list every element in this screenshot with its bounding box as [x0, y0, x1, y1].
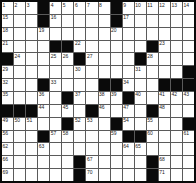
cell-r8-c12[interactable]: 40: [135, 92, 146, 104]
clue-number: 26: [63, 53, 69, 59]
cell-r6-c6[interactable]: [62, 66, 73, 78]
clue-number: 2: [15, 2, 18, 8]
clue-number: 4: [51, 2, 54, 8]
cell-r1-c13[interactable]: 11: [147, 2, 158, 14]
cell-r2-c5[interactable]: 16: [50, 15, 61, 27]
cell-r3-c11[interactable]: [123, 28, 134, 40]
cell-r10-c12[interactable]: [135, 118, 146, 130]
cell-r12-c10[interactable]: [111, 143, 122, 155]
cell-r6-c4[interactable]: [38, 66, 49, 78]
cell-r7-c11[interactable]: 34: [123, 79, 134, 91]
cell-r12-c3[interactable]: [26, 143, 37, 155]
cell-r14-c16[interactable]: [183, 169, 194, 181]
cell-r4-c9[interactable]: [99, 41, 110, 53]
clue-number: 59: [111, 130, 117, 136]
clue-number: 36: [39, 91, 45, 97]
clue-number: 37: [75, 91, 81, 97]
cell-r6-c5[interactable]: [50, 66, 61, 78]
cell-r13-c10[interactable]: [111, 156, 122, 168]
cell-r1-c16[interactable]: 14: [183, 2, 194, 14]
clue-number: 42: [171, 91, 177, 97]
clue-number: 69: [3, 169, 9, 175]
clue-number: 14: [183, 2, 189, 8]
cell-r5-c14[interactable]: [159, 53, 170, 65]
cell-r3-c12[interactable]: [135, 28, 146, 40]
cell-r11-c16[interactable]: 61: [183, 131, 194, 143]
clue-number: 56: [3, 130, 9, 136]
clue-number: 13: [171, 2, 177, 8]
cell-r1-c14[interactable]: 12: [159, 2, 170, 14]
clue-number: 22: [75, 40, 81, 46]
cell-r5-c4[interactable]: [38, 53, 49, 65]
black-cell-r2-c10: [111, 15, 122, 27]
cell-r9-c16[interactable]: [183, 105, 194, 117]
cell-r8-c2[interactable]: [14, 92, 25, 104]
cell-r9-c15[interactable]: [171, 105, 182, 117]
clue-number: 52: [75, 117, 81, 123]
clue-number: 1: [3, 2, 6, 8]
clue-number: 27: [87, 53, 93, 59]
cell-r8-c16[interactable]: 43: [183, 92, 194, 104]
cell-r13-c2[interactable]: [14, 156, 25, 168]
cell-r1-c12[interactable]: 10: [135, 2, 146, 14]
cell-r3-c1[interactable]: 18: [2, 28, 13, 40]
cell-r11-c1[interactable]: 56: [2, 131, 13, 143]
cell-r5-c3[interactable]: [26, 53, 37, 65]
cell-r4-c15[interactable]: [171, 41, 182, 53]
cell-r3-c5[interactable]: [50, 28, 61, 40]
black-cell-r10-c10: [111, 118, 122, 130]
black-cell-r5-c7: [74, 53, 85, 65]
cell-r5-c16[interactable]: [183, 53, 194, 65]
cell-r6-c14[interactable]: [159, 66, 170, 78]
clue-number: 15: [3, 14, 9, 20]
cell-r7-c3[interactable]: [26, 79, 37, 91]
clue-number: 65: [135, 143, 141, 149]
clue-number: 55: [147, 117, 153, 123]
cell-r7-c13[interactable]: [147, 79, 158, 91]
cell-r10-c3[interactable]: 51: [26, 118, 37, 130]
clue-number: 12: [159, 2, 165, 8]
cell-r11-c7[interactable]: [74, 131, 85, 143]
cell-r4-c3[interactable]: [26, 41, 37, 53]
black-cell-r14-c13: [147, 169, 158, 181]
cell-r5-c11[interactable]: [123, 53, 134, 65]
clue-number: 63: [39, 143, 45, 149]
cell-r2-c7[interactable]: [74, 15, 85, 27]
cell-r5-c10[interactable]: [111, 53, 122, 65]
clue-number: 46: [99, 104, 105, 110]
cell-r6-c13[interactable]: [147, 66, 158, 78]
cell-r4-c8[interactable]: [86, 41, 97, 53]
clue-number: 41: [159, 91, 165, 97]
clue-number: 10: [135, 2, 141, 8]
cell-r8-c14[interactable]: 41: [159, 92, 170, 104]
cell-r14-c3[interactable]: [26, 169, 37, 181]
cell-r1-c3[interactable]: 3: [26, 2, 37, 14]
clue-number: 68: [159, 156, 165, 162]
clue-number: 24: [15, 53, 21, 59]
cell-r3-c15[interactable]: [171, 28, 182, 40]
cell-r5-c6[interactable]: 26: [62, 53, 73, 65]
cell-r3-c4[interactable]: 19: [38, 28, 49, 40]
clue-number: 45: [63, 104, 69, 110]
black-cell-r1-c10: [111, 2, 122, 14]
black-cell-r11-c12: [135, 131, 146, 143]
cell-r12-c11[interactable]: 64: [123, 143, 134, 155]
cell-r12-c6[interactable]: [62, 143, 73, 155]
cell-r10-c9[interactable]: [99, 118, 110, 130]
black-cell-r11-c4: [38, 131, 49, 143]
cell-r9-c10[interactable]: [111, 105, 122, 117]
cell-r12-c4[interactable]: 63: [38, 143, 49, 155]
cell-r11-c8[interactable]: [86, 131, 97, 143]
clue-number: 51: [27, 117, 33, 123]
cell-r6-c2[interactable]: [14, 66, 25, 78]
cell-r4-c16[interactable]: [183, 41, 194, 53]
cell-r10-c1[interactable]: 49: [2, 118, 13, 130]
clue-number: 28: [147, 53, 153, 59]
clue-number: 29: [3, 66, 9, 72]
black-cell-r1-c4: [38, 2, 49, 14]
cell-r7-c8[interactable]: [86, 79, 97, 91]
black-cell-r5-c1: [2, 53, 13, 65]
black-cell-r4-c13: [147, 41, 158, 53]
cell-r14-c2[interactable]: [14, 169, 25, 181]
cell-r7-c5[interactable]: 33: [50, 79, 61, 91]
black-cell-r5-c12: [135, 53, 146, 65]
cell-r8-c1[interactable]: 35: [2, 92, 13, 104]
clue-number: 47: [123, 104, 129, 110]
cell-r12-c2[interactable]: [14, 143, 25, 155]
black-cell-r4-c6: [62, 41, 73, 53]
cell-r11-c6[interactable]: 58: [62, 131, 73, 143]
black-cell-r10-c6: [62, 118, 73, 130]
crossword-grid: 1234567891011121314151617181920212223242…: [0, 0, 196, 183]
cell-r13-c8[interactable]: 67: [86, 156, 97, 168]
cell-r5-c8[interactable]: 27: [86, 53, 97, 65]
cell-r1-c5[interactable]: 4: [50, 2, 61, 14]
cell-r10-c14[interactable]: [159, 118, 170, 130]
cell-r4-c12[interactable]: [135, 41, 146, 53]
clue-number: 8: [99, 2, 102, 8]
clue-number: 48: [159, 104, 165, 110]
cell-r8-c8[interactable]: [86, 92, 97, 104]
cell-r2-c14[interactable]: [159, 15, 170, 27]
cell-r4-c7[interactable]: 22: [74, 41, 85, 53]
cell-r1-c7[interactable]: 6: [74, 2, 85, 14]
cell-r12-c1[interactable]: 62: [2, 143, 13, 155]
cell-r13-c6[interactable]: [62, 156, 73, 168]
cell-r9-c6[interactable]: 45: [62, 105, 73, 117]
cell-r2-c8[interactable]: [86, 15, 97, 27]
cell-r3-c8[interactable]: [86, 28, 97, 40]
cell-r9-c12[interactable]: [135, 105, 146, 117]
cell-r12-c13[interactable]: [147, 143, 158, 155]
clue-number: 67: [87, 156, 93, 162]
black-cell-r11-c11: [123, 131, 134, 143]
black-cell-r13-c7: [74, 156, 85, 168]
cell-r9-c7[interactable]: [74, 105, 85, 117]
cell-r13-c9[interactable]: [99, 156, 110, 168]
cell-r8-c4[interactable]: 36: [38, 92, 49, 104]
cell-r10-c5[interactable]: [50, 118, 61, 130]
cell-r11-c13[interactable]: 60: [147, 131, 158, 143]
cell-r9-c5[interactable]: [50, 105, 61, 117]
clue-number: 17: [123, 14, 129, 20]
cell-r3-c3[interactable]: [26, 28, 37, 40]
cell-r11-c15[interactable]: [171, 131, 182, 143]
clue-number: 44: [39, 104, 45, 110]
cell-r9-c14[interactable]: 48: [159, 105, 170, 117]
cell-r14-c10[interactable]: [111, 169, 122, 181]
cell-r14-c4[interactable]: [38, 169, 49, 181]
cell-r4-c11[interactable]: [123, 41, 134, 53]
clue-number: 49: [3, 117, 9, 123]
clue-number: 18: [3, 27, 9, 33]
cell-r2-c6[interactable]: [62, 15, 73, 27]
cell-r12-c12[interactable]: 65: [135, 143, 146, 155]
cell-r4-c14[interactable]: 23: [159, 41, 170, 53]
clue-number: 20: [111, 27, 117, 33]
cell-r2-c9[interactable]: [99, 15, 110, 27]
black-cell-r4-c5: [50, 41, 61, 53]
clue-number: 6: [75, 2, 78, 8]
cell-r9-c4[interactable]: 44: [38, 105, 49, 117]
cell-r2-c1[interactable]: 15: [2, 15, 13, 27]
cell-r7-c2[interactable]: [14, 79, 25, 91]
cell-r4-c4[interactable]: [38, 41, 49, 53]
cell-r13-c16[interactable]: [183, 156, 194, 168]
clue-number: 61: [183, 130, 189, 136]
clue-number: 62: [3, 143, 9, 149]
cell-r8-c13[interactable]: [147, 92, 158, 104]
cell-r13-c1[interactable]: 66: [2, 156, 13, 168]
black-cell-r7-c9: [99, 79, 110, 91]
cell-r3-c13[interactable]: [147, 28, 158, 40]
clue-number: 31: [135, 66, 141, 72]
clue-number: 19: [39, 27, 45, 33]
cell-r10-c8[interactable]: 53: [86, 118, 97, 130]
clue-number: 50: [15, 117, 21, 123]
cell-r11-c14[interactable]: [159, 131, 170, 143]
cell-r2-c11[interactable]: 17: [123, 15, 134, 27]
cell-r9-c9[interactable]: 46: [99, 105, 110, 117]
clue-number: 7: [87, 2, 90, 8]
cell-r14-c1[interactable]: 69: [2, 169, 13, 181]
cell-r12-c5[interactable]: [50, 143, 61, 155]
cell-r2-c15[interactable]: [171, 15, 182, 27]
clue-number: 3: [27, 2, 30, 8]
clue-number: 34: [123, 79, 129, 85]
clue-number: 21: [3, 40, 9, 46]
cell-r6-c10[interactable]: [111, 66, 122, 78]
cell-r10-c4[interactable]: [38, 118, 49, 130]
cell-r14-c5[interactable]: [50, 169, 61, 181]
cell-r4-c1[interactable]: 21: [2, 41, 13, 53]
cell-r11-c9[interactable]: [99, 131, 110, 143]
cell-r13-c3[interactable]: [26, 156, 37, 168]
black-cell-r9-c8: [86, 105, 97, 117]
black-cell-r13-c13: [147, 156, 158, 168]
cell-r5-c2[interactable]: 24: [14, 53, 25, 65]
cell-r10-c13[interactable]: 55: [147, 118, 158, 130]
clue-number: 71: [159, 169, 165, 175]
cell-r5-c5[interactable]: 25: [50, 53, 61, 65]
cell-r13-c4[interactable]: [38, 156, 49, 168]
clue-number: 70: [87, 169, 93, 175]
cell-r12-c9[interactable]: [99, 143, 110, 155]
cell-r7-c7[interactable]: [74, 79, 85, 91]
clue-number: 35: [3, 91, 9, 97]
cell-r12-c15[interactable]: [171, 143, 182, 155]
clue-number: 40: [135, 91, 141, 97]
cell-r3-c14[interactable]: [159, 28, 170, 40]
cell-r7-c12[interactable]: [135, 79, 146, 91]
cell-r6-c7[interactable]: 30: [74, 66, 85, 78]
black-cell-r6-c16: [183, 66, 194, 78]
cell-r13-c12[interactable]: [135, 156, 146, 168]
cell-r5-c9[interactable]: [99, 53, 110, 65]
cell-r8-c3[interactable]: [26, 92, 37, 104]
black-cell-r14-c7: [74, 169, 85, 181]
cell-r1-c15[interactable]: 13: [171, 2, 182, 14]
cell-r10-c7[interactable]: 52: [74, 118, 85, 130]
cell-r4-c2[interactable]: [14, 41, 25, 53]
cell-r12-c7[interactable]: [74, 143, 85, 155]
clue-number: 66: [3, 156, 9, 162]
cell-r14-c15[interactable]: [171, 169, 182, 181]
black-cell-r7-c4: [38, 79, 49, 91]
cell-r1-c2[interactable]: 2: [14, 2, 25, 14]
cell-r10-c11[interactable]: 54: [123, 118, 134, 130]
clue-number: 30: [75, 66, 81, 72]
clue-number: 57: [51, 130, 57, 136]
cell-r6-c15[interactable]: [171, 66, 182, 78]
cell-r12-c14[interactable]: [159, 143, 170, 155]
cell-r11-c10[interactable]: 59: [111, 131, 122, 143]
cell-r2-c2[interactable]: [14, 15, 25, 27]
clue-number: 33: [51, 79, 57, 85]
cell-r8-c15[interactable]: 42: [171, 92, 182, 104]
cell-r14-c9[interactable]: [99, 169, 110, 181]
black-cell-r9-c3: [26, 105, 37, 117]
clue-number: 43: [183, 91, 189, 97]
cell-r2-c16[interactable]: [183, 15, 194, 27]
clue-number: 54: [123, 117, 129, 123]
cell-r6-c3[interactable]: [26, 66, 37, 78]
cell-r8-c9[interactable]: 38: [99, 92, 110, 104]
cell-r1-c9[interactable]: 8: [99, 2, 110, 14]
cell-r7-c6[interactable]: [62, 79, 73, 91]
cell-r2-c13[interactable]: [147, 15, 158, 27]
cell-r6-c1[interactable]: 29: [2, 66, 13, 78]
cell-r13-c14[interactable]: 68: [159, 156, 170, 168]
cell-r3-c2[interactable]: [14, 28, 25, 40]
clue-number: 25: [51, 53, 57, 59]
cell-r10-c2[interactable]: 50: [14, 118, 25, 130]
cell-r13-c5[interactable]: [50, 156, 61, 168]
cell-r14-c14[interactable]: 71: [159, 169, 170, 181]
cell-r11-c5[interactable]: 57: [50, 131, 61, 143]
cell-r5-c15[interactable]: [171, 53, 182, 65]
cell-r1-c8[interactable]: 7: [86, 2, 97, 14]
cell-r1-c6[interactable]: 5: [62, 2, 73, 14]
cell-r13-c15[interactable]: [171, 156, 182, 168]
cell-r3-c6[interactable]: [62, 28, 73, 40]
cell-r14-c12[interactable]: [135, 169, 146, 181]
clue-number: 38: [99, 91, 105, 97]
cell-r14-c8[interactable]: 70: [86, 169, 97, 181]
clue-number: 39: [111, 91, 117, 97]
clue-number: 64: [123, 143, 129, 149]
black-cell-r7-c15: [171, 79, 182, 91]
black-cell-r2-c4: [38, 15, 49, 27]
clue-number: 5: [63, 2, 66, 8]
cell-r12-c8[interactable]: [86, 143, 97, 155]
clue-number: 32: [3, 79, 9, 85]
cell-r6-c11[interactable]: [123, 66, 134, 78]
cell-r12-c16[interactable]: [183, 143, 194, 155]
cell-r3-c16[interactable]: [183, 28, 194, 40]
cell-r1-c1[interactable]: 1: [2, 2, 13, 14]
cell-r3-c9[interactable]: [99, 28, 110, 40]
cell-r6-c12[interactable]: 31: [135, 66, 146, 78]
cell-r10-c15[interactable]: [171, 118, 182, 130]
black-cell-r9-c2: [14, 105, 25, 117]
cell-r4-c10[interactable]: [111, 41, 122, 53]
clue-number: 60: [147, 130, 153, 136]
cell-r11-c3[interactable]: [26, 131, 37, 143]
clue-number: 11: [147, 2, 152, 8]
black-cell-r9-c13: [147, 105, 158, 117]
cell-r7-c1[interactable]: 32: [2, 79, 13, 91]
cell-r2-c3[interactable]: [26, 15, 37, 27]
black-cell-r7-c10: [111, 79, 122, 91]
cell-r9-c11[interactable]: 47: [123, 105, 134, 117]
cell-r8-c7[interactable]: 37: [74, 92, 85, 104]
cell-r2-c12[interactable]: [135, 15, 146, 27]
clue-number: 16: [51, 14, 57, 20]
black-cell-r8-c11: [123, 92, 134, 104]
black-cell-r10-c16: [183, 118, 194, 130]
cell-r6-c8[interactable]: [86, 66, 97, 78]
cell-r14-c6[interactable]: [62, 169, 73, 181]
clue-number: 23: [159, 40, 165, 46]
clue-number: 53: [87, 117, 93, 123]
black-cell-r9-c1: [2, 105, 13, 117]
black-cell-r7-c16: [183, 79, 194, 91]
black-cell-r8-c6: [62, 92, 73, 104]
cell-r14-c11[interactable]: [123, 169, 134, 181]
cell-r5-c13[interactable]: 28: [147, 53, 158, 65]
cell-r6-c9[interactable]: [99, 66, 110, 78]
clue-number: 9: [123, 2, 126, 8]
cell-r13-c11[interactable]: [123, 156, 134, 168]
cell-r3-c7[interactable]: [74, 28, 85, 40]
cell-r11-c2[interactable]: [14, 131, 25, 143]
cell-r1-c11[interactable]: 9: [123, 2, 134, 14]
black-cell-r7-c14: [159, 79, 170, 91]
cell-r8-c5[interactable]: [50, 92, 61, 104]
cell-r3-c10[interactable]: 20: [111, 28, 122, 40]
cell-r8-c10[interactable]: 39: [111, 92, 122, 104]
clue-number: 58: [63, 130, 69, 136]
